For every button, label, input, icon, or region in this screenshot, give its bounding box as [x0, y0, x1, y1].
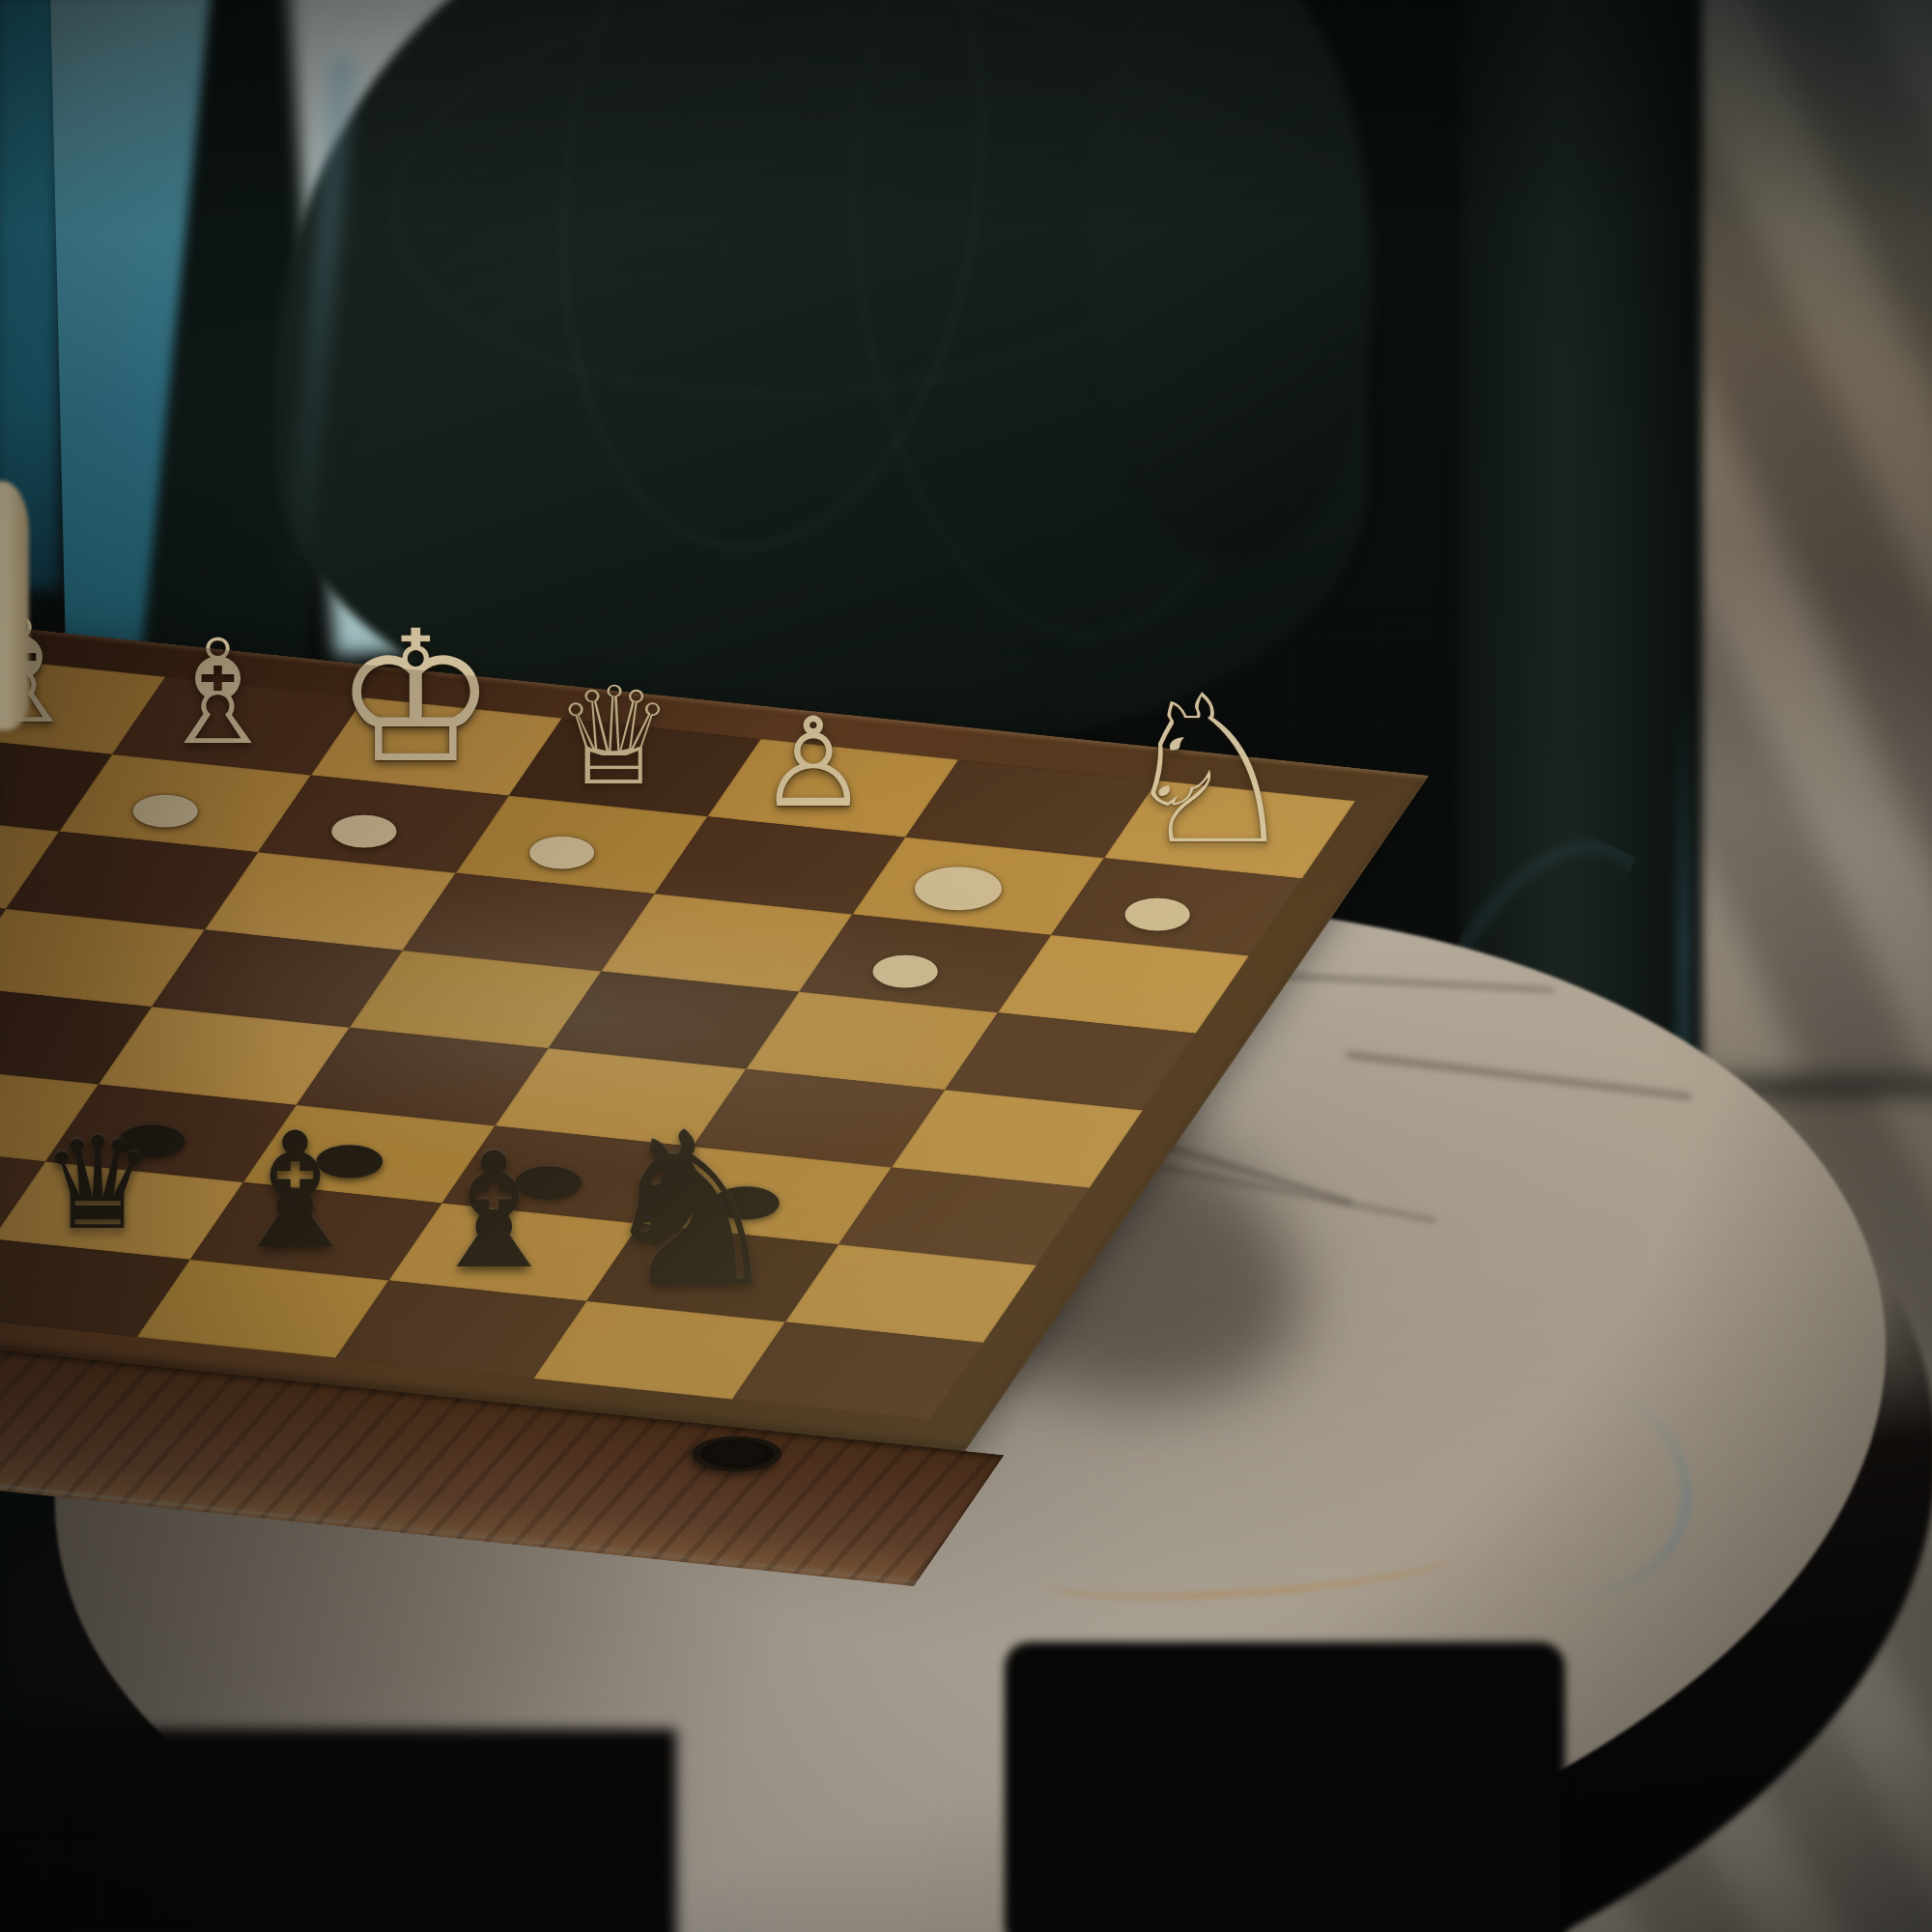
- white-rook-disc: ●: [909, 812, 1009, 918]
- white-king-cone: ♔: [334, 614, 497, 781]
- piece-glyph: ♞: [596, 1113, 786, 1308]
- white-pawn-disc: ●: [868, 915, 943, 993]
- piece-glyph: ●: [327, 809, 401, 847]
- piece-glyph: ♝: [224, 1119, 367, 1265]
- photo-scene: ♗♗♔♕♙♘●●●●●●●●●●●●♛♝♝♞: [0, 0, 1932, 1932]
- white-pawn-disc: ●: [128, 755, 203, 834]
- black-knight: ♞: [596, 1113, 786, 1308]
- white-cone-bishop: ♗: [153, 625, 282, 758]
- piece-glyph: ●: [909, 857, 1009, 909]
- piece-glyph: ♗: [153, 625, 282, 758]
- table-underside: [0, 1729, 676, 1932]
- piece-glyph: ♙: [757, 706, 868, 820]
- white-pawn-disc: ●: [327, 776, 401, 854]
- piece-glyph: ♕: [554, 675, 675, 800]
- piece-glyph: ♔: [334, 614, 497, 781]
- black-queen-cone: ♛: [41, 1125, 155, 1242]
- white-balltop-cone: ♙: [757, 706, 868, 820]
- table-base: [1005, 1642, 1565, 1932]
- piece-glyph: ●: [128, 788, 203, 827]
- black-bishop-cone: ♝: [422, 1139, 565, 1286]
- white-swirl-queen: ♕: [554, 675, 675, 800]
- white-piece-cut-off-left-edge: [0, 481, 29, 730]
- piece-glyph: ♝: [422, 1139, 565, 1286]
- white-knight: ♘: [1117, 676, 1300, 865]
- piece-glyph: ●: [1120, 892, 1194, 930]
- white-pawn-disc: ●: [0, 734, 5, 812]
- white-pawn-disc: ●: [1120, 859, 1194, 937]
- piece-glyph: ●: [0, 768, 5, 807]
- piece-glyph: ●: [526, 830, 600, 868]
- piece-glyph: ♛: [41, 1125, 155, 1242]
- black-bishop-cone: ♝: [224, 1119, 367, 1265]
- piece-glyph: ●: [868, 949, 943, 987]
- piece-glyph: ♘: [1117, 676, 1300, 865]
- white-pawn-disc: ●: [526, 797, 600, 875]
